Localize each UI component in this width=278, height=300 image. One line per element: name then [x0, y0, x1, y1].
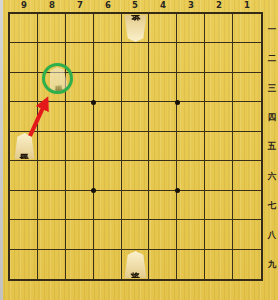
board-cell[interactable]	[122, 132, 150, 161]
board-cell[interactable]	[177, 43, 205, 72]
board-cell[interactable]	[205, 102, 233, 131]
board-cell[interactable]	[149, 161, 177, 190]
board-cell[interactable]	[122, 102, 150, 131]
board-cell[interactable]	[149, 14, 177, 43]
board-cell[interactable]	[94, 43, 122, 72]
piece-kanji: 桂馬	[20, 145, 30, 147]
board-cell[interactable]	[233, 73, 261, 102]
board-cell[interactable]	[233, 161, 261, 190]
board-cell[interactable]	[94, 132, 122, 161]
board-cell[interactable]	[233, 43, 261, 72]
board-cell[interactable]	[233, 102, 261, 131]
board-cell[interactable]	[233, 132, 261, 161]
board-cell[interactable]	[177, 102, 205, 131]
board-cell[interactable]	[122, 220, 150, 249]
board-cell[interactable]	[122, 43, 150, 72]
board-cell[interactable]	[66, 250, 94, 279]
board-cell[interactable]	[149, 132, 177, 161]
rank-label-5: 五	[266, 141, 278, 152]
board-cell[interactable]	[233, 220, 261, 249]
board-cell[interactable]	[94, 220, 122, 249]
board-cell[interactable]	[177, 220, 205, 249]
board-cell[interactable]	[233, 14, 261, 43]
board-cell[interactable]	[66, 191, 94, 220]
board-cell[interactable]	[38, 220, 66, 249]
board-cell[interactable]	[94, 250, 122, 279]
board-cell[interactable]	[38, 102, 66, 131]
board-cell[interactable]	[177, 250, 205, 279]
board-cell[interactable]	[66, 220, 94, 249]
board-cell[interactable]	[10, 220, 38, 249]
file-label-6: 6	[101, 0, 115, 10]
board-cell[interactable]	[205, 250, 233, 279]
piece-kanji: 王将	[131, 28, 141, 30]
star-point	[175, 188, 180, 193]
star-point	[91, 100, 96, 105]
board-cell[interactable]	[10, 43, 38, 72]
board-cell[interactable]	[94, 191, 122, 220]
rank-label-6: 六	[266, 171, 278, 182]
board-cell[interactable]	[94, 102, 122, 131]
board-cell[interactable]	[205, 191, 233, 220]
file-label-3: 3	[184, 0, 198, 10]
board-cell[interactable]	[205, 220, 233, 249]
board-cell[interactable]	[66, 132, 94, 161]
board-cell[interactable]	[38, 132, 66, 161]
board-cell[interactable]	[66, 102, 94, 131]
file-label-7: 7	[73, 0, 87, 10]
file-label-8: 8	[45, 0, 59, 10]
board-cell[interactable]	[38, 191, 66, 220]
board-cell[interactable]	[10, 73, 38, 102]
board-cell[interactable]	[233, 191, 261, 220]
board-cell[interactable]	[233, 250, 261, 279]
board-cell[interactable]	[205, 161, 233, 190]
board-cell[interactable]	[122, 73, 150, 102]
piece-kanji: 玉将	[131, 264, 141, 266]
board-cell[interactable]	[177, 73, 205, 102]
window-edge	[0, 0, 3, 300]
board-cell[interactable]	[94, 161, 122, 190]
board-cell[interactable]	[10, 191, 38, 220]
file-label-5: 5	[128, 0, 142, 10]
board-cell[interactable]	[149, 43, 177, 72]
move-target-circle	[42, 63, 73, 94]
board-cell[interactable]	[10, 102, 38, 131]
star-point	[91, 188, 96, 193]
file-label-2: 2	[212, 0, 226, 10]
board-cell[interactable]	[177, 14, 205, 43]
board-cell[interactable]	[38, 250, 66, 279]
file-label-9: 9	[17, 0, 31, 10]
board-cell[interactable]	[10, 250, 38, 279]
board-cell[interactable]	[66, 161, 94, 190]
rank-label-3: 三	[266, 83, 278, 94]
board-cell[interactable]	[149, 73, 177, 102]
board-cell[interactable]	[149, 250, 177, 279]
board-cell[interactable]	[149, 220, 177, 249]
board-cell[interactable]	[177, 191, 205, 220]
rank-label-2: 二	[266, 53, 278, 64]
board-cell[interactable]	[94, 14, 122, 43]
board-cell[interactable]	[149, 191, 177, 220]
board-cell[interactable]	[10, 161, 38, 190]
board-cell[interactable]	[38, 161, 66, 190]
board-cell[interactable]	[205, 43, 233, 72]
board-cell[interactable]	[38, 14, 66, 43]
board-cell[interactable]	[94, 73, 122, 102]
board-cell[interactable]	[10, 14, 38, 43]
board-cell[interactable]	[205, 132, 233, 161]
rank-label-7: 七	[266, 200, 278, 211]
rank-label-9: 九	[266, 259, 278, 270]
rank-label-8: 八	[266, 230, 278, 241]
file-label-4: 4	[156, 0, 170, 10]
rank-label-4: 四	[266, 112, 278, 123]
rank-label-1: 一	[266, 24, 278, 35]
board-grid	[8, 12, 263, 281]
board-cell[interactable]	[177, 132, 205, 161]
board-cell[interactable]	[149, 102, 177, 131]
board-cell[interactable]	[122, 191, 150, 220]
board-cell[interactable]	[177, 161, 205, 190]
board-cell[interactable]	[66, 14, 94, 43]
board-cell[interactable]	[205, 73, 233, 102]
shogi-board: 9 8 7 6 5 4 3 2 1 一 二 三 四 五 六 七 八 九 王将 桂…	[0, 0, 278, 300]
star-point	[175, 100, 180, 105]
file-label-1: 1	[240, 0, 254, 10]
board-cell[interactable]	[205, 14, 233, 43]
board-cell[interactable]	[122, 161, 150, 190]
